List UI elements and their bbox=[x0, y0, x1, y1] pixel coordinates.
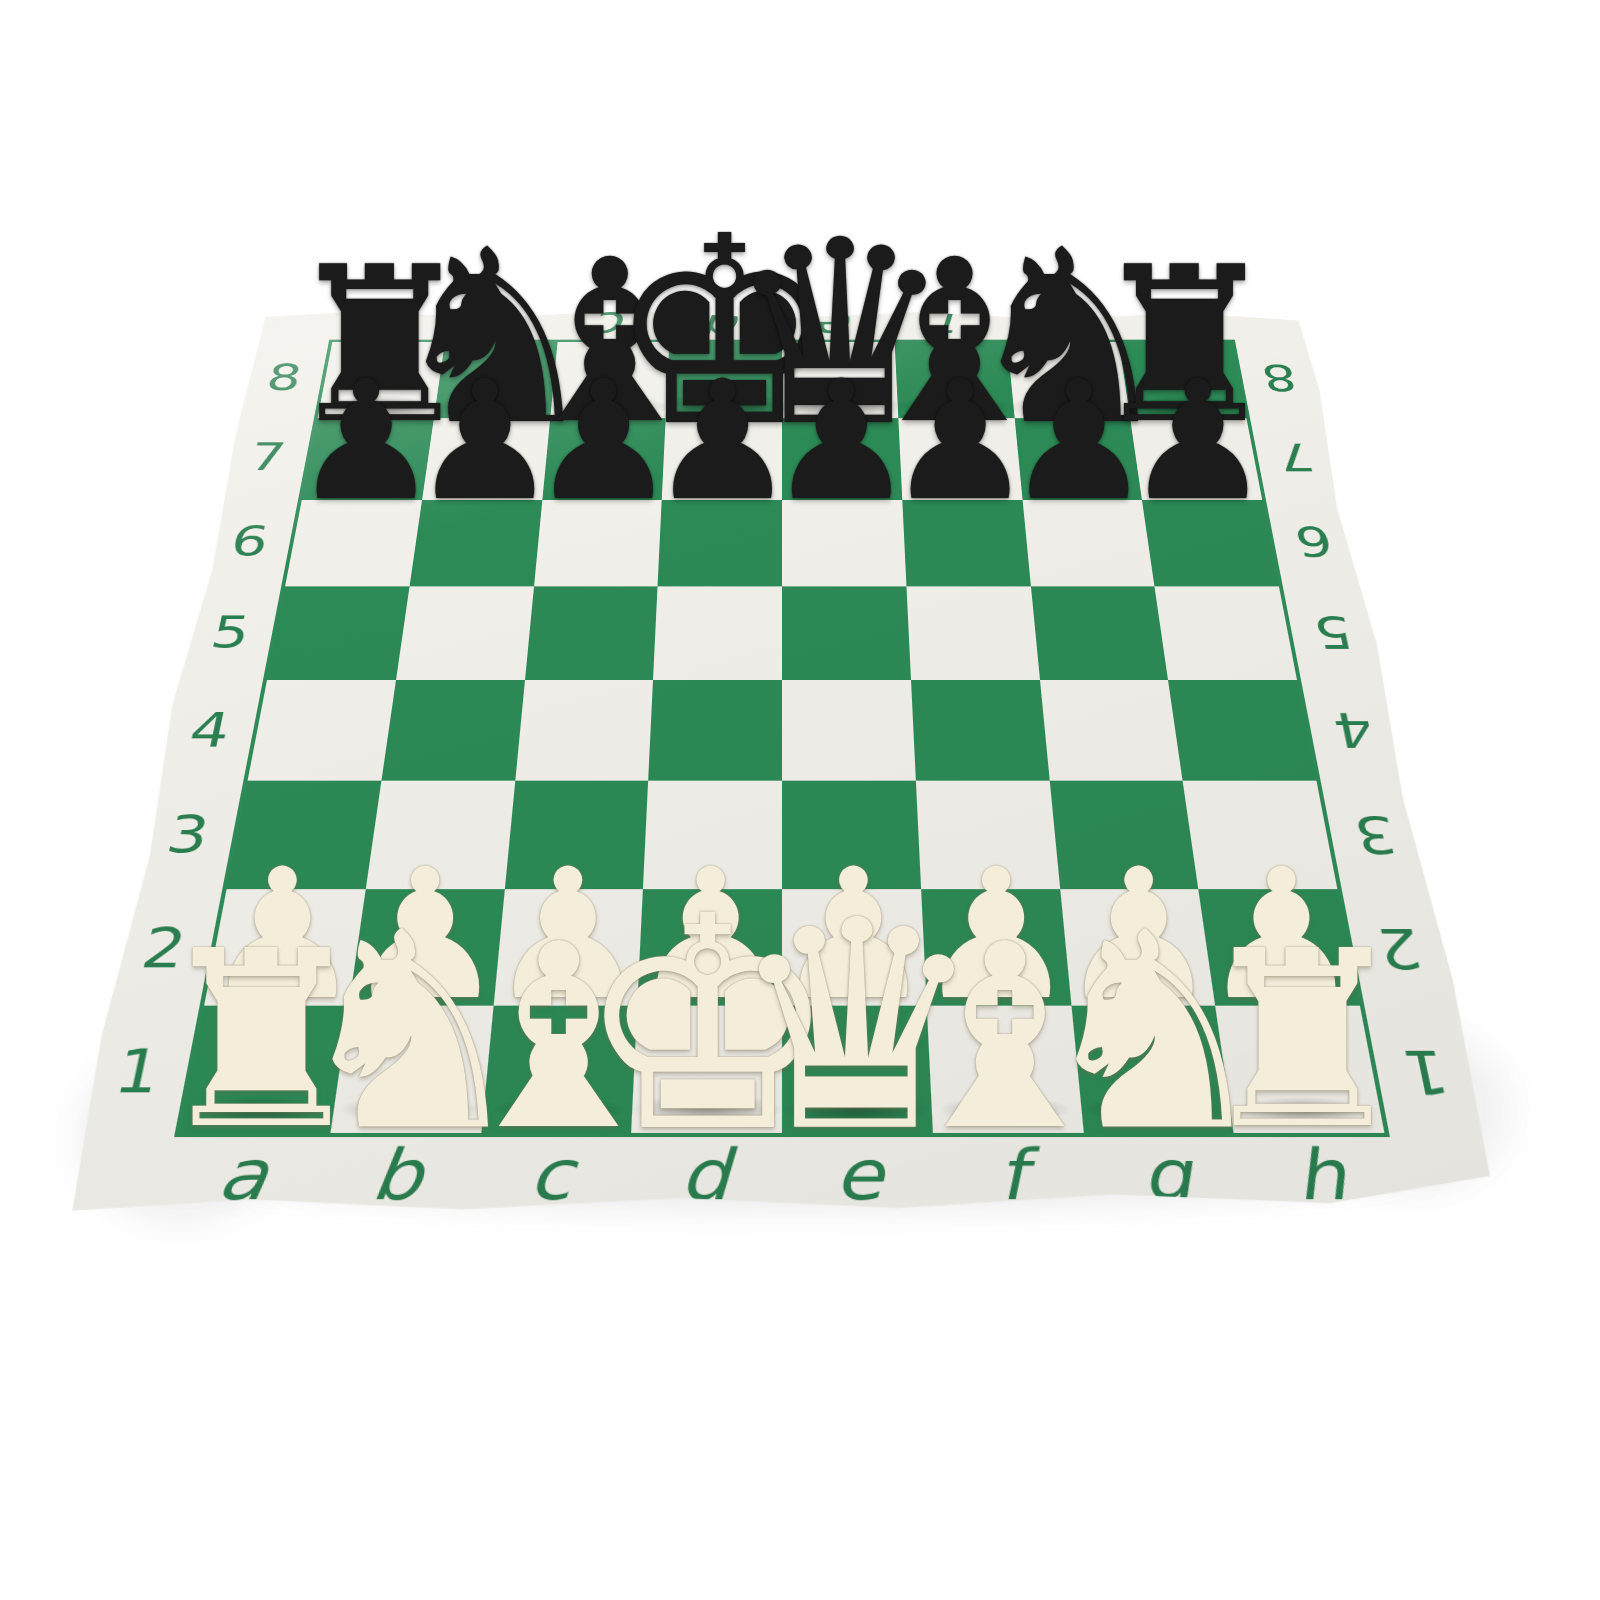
file-label-bottom-f: f bbox=[996, 1142, 1029, 1212]
file-label-top-c: c bbox=[596, 306, 630, 343]
board-grid bbox=[174, 340, 1390, 1137]
rank-label-right-6: 6 bbox=[1292, 521, 1337, 562]
perspective-wrapper: 8765432187654321abcdefghabcdefgh bbox=[178, 109, 1386, 1272]
rank-label-left-8: 8 bbox=[263, 360, 304, 395]
square-c2 bbox=[493, 889, 643, 1006]
square-c3 bbox=[504, 780, 648, 888]
square-h7 bbox=[1130, 418, 1262, 499]
square-a7 bbox=[302, 418, 434, 499]
square-f5 bbox=[906, 587, 1039, 680]
file-label-top-d: d bbox=[707, 306, 744, 343]
square-h4 bbox=[1168, 680, 1316, 780]
square-a3 bbox=[227, 780, 382, 888]
rank-label-left-5: 5 bbox=[207, 610, 254, 654]
square-a2 bbox=[204, 889, 365, 1006]
file-label-bottom-g: g bbox=[1137, 1142, 1195, 1212]
file-label-bottom-a: a bbox=[213, 1142, 273, 1212]
file-label-top-h: h bbox=[1154, 306, 1197, 343]
file-label-top-e: e bbox=[820, 306, 856, 343]
file-label-bottom-c: c bbox=[527, 1142, 575, 1212]
square-h3 bbox=[1183, 780, 1338, 888]
square-a8 bbox=[318, 342, 445, 418]
square-g2 bbox=[1060, 889, 1216, 1006]
square-d5 bbox=[653, 587, 782, 680]
file-label-top-g: g bbox=[1042, 306, 1083, 343]
file-label-bottom-d: d bbox=[679, 1142, 730, 1212]
square-b6 bbox=[409, 500, 542, 587]
rank-label-left-2: 2 bbox=[137, 921, 191, 976]
square-h1 bbox=[1215, 1006, 1384, 1133]
square-b5 bbox=[396, 587, 534, 680]
square-d1 bbox=[631, 1006, 782, 1133]
square-g5 bbox=[1030, 587, 1168, 680]
rank-label-left-7: 7 bbox=[246, 438, 289, 476]
square-f7 bbox=[898, 418, 1022, 499]
square-g7 bbox=[1014, 418, 1142, 499]
square-g6 bbox=[1022, 500, 1155, 587]
square-b8 bbox=[434, 342, 557, 418]
square-e2 bbox=[782, 889, 926, 1006]
rank-label-left-1: 1 bbox=[110, 1042, 166, 1101]
square-d6 bbox=[658, 500, 782, 587]
square-e8 bbox=[782, 342, 898, 418]
square-c1 bbox=[481, 1006, 638, 1133]
file-label-bottom-h: h bbox=[1290, 1142, 1352, 1212]
square-f1 bbox=[926, 1006, 1083, 1133]
rank-label-left-3: 3 bbox=[162, 809, 213, 859]
square-d4 bbox=[648, 680, 782, 780]
file-label-top-a: a bbox=[367, 306, 408, 343]
square-e1 bbox=[782, 1006, 933, 1133]
square-f4 bbox=[911, 680, 1049, 780]
square-c5 bbox=[525, 587, 658, 680]
square-a6 bbox=[285, 500, 422, 587]
file-label-bottom-b: b bbox=[368, 1142, 426, 1212]
square-b3 bbox=[366, 780, 515, 888]
rank-label-right-3: 3 bbox=[1350, 809, 1401, 859]
square-c8 bbox=[550, 342, 670, 418]
square-e6 bbox=[782, 500, 906, 587]
square-c7 bbox=[542, 418, 666, 499]
chess-board-mat: 8765432187654321abcdefghabcdefgh bbox=[57, 310, 1505, 1213]
square-f2 bbox=[921, 889, 1071, 1006]
square-b1 bbox=[330, 1006, 493, 1133]
square-d3 bbox=[643, 780, 782, 888]
rank-label-right-5: 5 bbox=[1310, 610, 1357, 654]
rank-label-right-2: 2 bbox=[1373, 921, 1427, 976]
square-d7 bbox=[662, 418, 782, 499]
square-h8 bbox=[1119, 342, 1246, 418]
rank-label-right-7: 7 bbox=[1275, 438, 1318, 476]
square-h5 bbox=[1155, 587, 1297, 680]
square-c6 bbox=[534, 500, 662, 587]
square-g3 bbox=[1049, 780, 1198, 888]
square-b7 bbox=[422, 418, 550, 499]
chess-set-photo: 8765432187654321abcdefghabcdefgh ♜♞♝♚♛♝♞… bbox=[0, 0, 1600, 1600]
rank-label-left-4: 4 bbox=[186, 706, 235, 753]
square-a1 bbox=[180, 1006, 349, 1133]
square-g1 bbox=[1071, 1006, 1234, 1133]
rank-label-right-1: 1 bbox=[1397, 1042, 1453, 1101]
square-f3 bbox=[916, 780, 1060, 888]
file-label-top-f: f bbox=[939, 306, 962, 343]
square-d8 bbox=[666, 342, 782, 418]
square-c4 bbox=[515, 680, 653, 780]
square-a5 bbox=[267, 587, 409, 680]
square-b4 bbox=[381, 680, 524, 780]
square-b2 bbox=[349, 889, 505, 1006]
rank-label-right-8: 8 bbox=[1259, 360, 1300, 395]
rank-label-left-6: 6 bbox=[227, 521, 272, 562]
file-label-top-b: b bbox=[480, 306, 521, 343]
square-h6 bbox=[1142, 500, 1279, 587]
square-a4 bbox=[248, 680, 396, 780]
square-d2 bbox=[638, 889, 782, 1006]
file-label-bottom-e: e bbox=[834, 1142, 884, 1212]
square-e7 bbox=[782, 418, 902, 499]
rank-label-right-4: 4 bbox=[1329, 706, 1378, 753]
square-f8 bbox=[894, 342, 1014, 418]
square-e5 bbox=[782, 587, 911, 680]
square-e4 bbox=[782, 680, 916, 780]
square-e3 bbox=[782, 780, 921, 888]
square-g8 bbox=[1007, 342, 1130, 418]
square-g4 bbox=[1040, 680, 1183, 780]
square-h2 bbox=[1198, 889, 1359, 1006]
square-f6 bbox=[902, 500, 1030, 587]
